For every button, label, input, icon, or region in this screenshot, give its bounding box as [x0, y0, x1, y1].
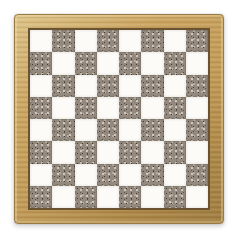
- square-c1[interactable]: [75, 186, 97, 208]
- square-f5[interactable]: [141, 97, 163, 119]
- square-e2[interactable]: [119, 164, 141, 186]
- square-e4[interactable]: [119, 119, 141, 141]
- square-h6[interactable]: [186, 75, 208, 97]
- square-d6[interactable]: [97, 75, 119, 97]
- square-g6[interactable]: [164, 75, 186, 97]
- square-g4[interactable]: [164, 119, 186, 141]
- square-a6[interactable]: [30, 75, 52, 97]
- square-g1[interactable]: [164, 186, 186, 208]
- square-b4[interactable]: [52, 119, 74, 141]
- square-g3[interactable]: [164, 141, 186, 163]
- square-f7[interactable]: [141, 52, 163, 74]
- square-h8[interactable]: [186, 30, 208, 52]
- square-c8[interactable]: [75, 30, 97, 52]
- square-a2[interactable]: [30, 164, 52, 186]
- square-d3[interactable]: [97, 141, 119, 163]
- square-b6[interactable]: [52, 75, 74, 97]
- square-e8[interactable]: [119, 30, 141, 52]
- square-a1[interactable]: [30, 186, 52, 208]
- square-c4[interactable]: [75, 119, 97, 141]
- square-h3[interactable]: [186, 141, 208, 163]
- square-g7[interactable]: [164, 52, 186, 74]
- square-a5[interactable]: [30, 97, 52, 119]
- square-a8[interactable]: [30, 30, 52, 52]
- square-c7[interactable]: [75, 52, 97, 74]
- square-d4[interactable]: [97, 119, 119, 141]
- square-e5[interactable]: [119, 97, 141, 119]
- square-d8[interactable]: [97, 30, 119, 52]
- square-e3[interactable]: [119, 141, 141, 163]
- square-b5[interactable]: [52, 97, 74, 119]
- square-d5[interactable]: [97, 97, 119, 119]
- square-b7[interactable]: [52, 52, 74, 74]
- chessboard-scene: [0, 0, 238, 238]
- square-f2[interactable]: [141, 164, 163, 186]
- square-g5[interactable]: [164, 97, 186, 119]
- square-c5[interactable]: [75, 97, 97, 119]
- square-d7[interactable]: [97, 52, 119, 74]
- square-e6[interactable]: [119, 75, 141, 97]
- square-g8[interactable]: [164, 30, 186, 52]
- wooden-frame: [14, 14, 224, 224]
- square-b2[interactable]: [52, 164, 74, 186]
- square-e7[interactable]: [119, 52, 141, 74]
- square-a7[interactable]: [30, 52, 52, 74]
- square-b1[interactable]: [52, 186, 74, 208]
- square-h4[interactable]: [186, 119, 208, 141]
- square-f4[interactable]: [141, 119, 163, 141]
- square-h5[interactable]: [186, 97, 208, 119]
- square-f6[interactable]: [141, 75, 163, 97]
- square-b8[interactable]: [52, 30, 74, 52]
- square-a3[interactable]: [30, 141, 52, 163]
- square-f1[interactable]: [141, 186, 163, 208]
- square-a4[interactable]: [30, 119, 52, 141]
- square-f8[interactable]: [141, 30, 163, 52]
- square-g2[interactable]: [164, 164, 186, 186]
- square-c2[interactable]: [75, 164, 97, 186]
- square-h2[interactable]: [186, 164, 208, 186]
- square-h1[interactable]: [186, 186, 208, 208]
- square-d2[interactable]: [97, 164, 119, 186]
- square-h7[interactable]: [186, 52, 208, 74]
- square-f3[interactable]: [141, 141, 163, 163]
- chess-board: [30, 30, 208, 208]
- square-c3[interactable]: [75, 141, 97, 163]
- square-c6[interactable]: [75, 75, 97, 97]
- board-inner-trim: [28, 28, 210, 210]
- square-b3[interactable]: [52, 141, 74, 163]
- square-e1[interactable]: [119, 186, 141, 208]
- square-d1[interactable]: [97, 186, 119, 208]
